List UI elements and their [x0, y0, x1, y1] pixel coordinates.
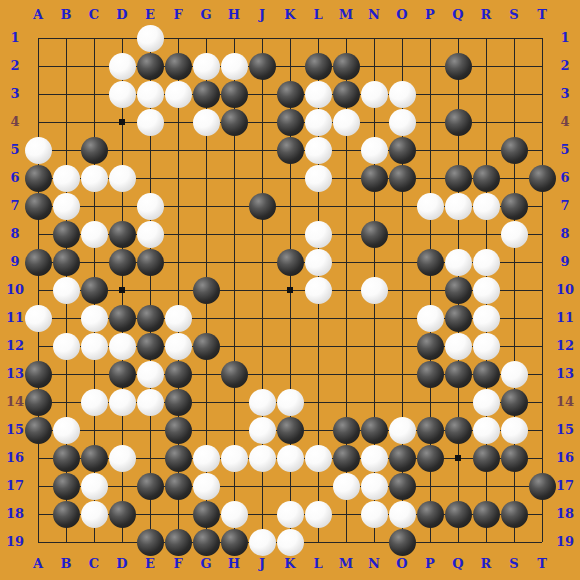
intersection-E14[interactable]: [136, 388, 164, 416]
intersection-P10[interactable]: [416, 276, 444, 304]
intersection-D15[interactable]: [108, 416, 136, 444]
intersection-K13[interactable]: [276, 360, 304, 388]
intersection-A14[interactable]: [24, 388, 52, 416]
intersection-O18[interactable]: [388, 500, 416, 528]
intersection-H15[interactable]: [220, 416, 248, 444]
intersection-F15[interactable]: [164, 416, 192, 444]
intersection-E3[interactable]: [136, 80, 164, 108]
intersection-K15[interactable]: [276, 416, 304, 444]
intersection-H3[interactable]: [220, 80, 248, 108]
intersection-H9[interactable]: [220, 248, 248, 276]
intersection-A6[interactable]: [24, 164, 52, 192]
intersection-B15[interactable]: [52, 416, 80, 444]
intersection-M7[interactable]: [332, 192, 360, 220]
intersection-N12[interactable]: [360, 332, 388, 360]
intersection-T3[interactable]: [528, 80, 556, 108]
intersection-T17[interactable]: [528, 472, 556, 500]
intersection-Q10[interactable]: [444, 276, 472, 304]
intersection-E16[interactable]: [136, 444, 164, 472]
intersection-L13[interactable]: [304, 360, 332, 388]
intersection-G7[interactable]: [192, 192, 220, 220]
intersection-B8[interactable]: [52, 220, 80, 248]
intersection-A15[interactable]: [24, 416, 52, 444]
intersection-P14[interactable]: [416, 388, 444, 416]
intersection-Q13[interactable]: [444, 360, 472, 388]
intersection-K18[interactable]: [276, 500, 304, 528]
intersection-J1[interactable]: [248, 24, 276, 52]
intersection-C18[interactable]: [80, 500, 108, 528]
intersection-D1[interactable]: [108, 24, 136, 52]
intersection-D9[interactable]: [108, 248, 136, 276]
intersection-G11[interactable]: [192, 304, 220, 332]
intersection-J5[interactable]: [248, 136, 276, 164]
intersection-C15[interactable]: [80, 416, 108, 444]
intersection-L2[interactable]: [304, 52, 332, 80]
intersection-P7[interactable]: [416, 192, 444, 220]
intersection-R6[interactable]: [472, 164, 500, 192]
intersection-D12[interactable]: [108, 332, 136, 360]
intersection-H10[interactable]: [220, 276, 248, 304]
intersection-G4[interactable]: [192, 108, 220, 136]
intersection-O9[interactable]: [388, 248, 416, 276]
intersection-E5[interactable]: [136, 136, 164, 164]
intersection-P11[interactable]: [416, 304, 444, 332]
intersection-E1[interactable]: [136, 24, 164, 52]
intersection-M11[interactable]: [332, 304, 360, 332]
intersection-D6[interactable]: [108, 164, 136, 192]
intersection-H5[interactable]: [220, 136, 248, 164]
intersection-L11[interactable]: [304, 304, 332, 332]
intersection-F16[interactable]: [164, 444, 192, 472]
intersection-C9[interactable]: [80, 248, 108, 276]
intersection-R14[interactable]: [472, 388, 500, 416]
intersection-J13[interactable]: [248, 360, 276, 388]
intersection-P8[interactable]: [416, 220, 444, 248]
intersection-J6[interactable]: [248, 164, 276, 192]
intersection-C13[interactable]: [80, 360, 108, 388]
intersection-A3[interactable]: [24, 80, 52, 108]
intersection-K14[interactable]: [276, 388, 304, 416]
intersection-Q11[interactable]: [444, 304, 472, 332]
intersection-M5[interactable]: [332, 136, 360, 164]
intersection-K10[interactable]: [276, 276, 304, 304]
intersection-P4[interactable]: [416, 108, 444, 136]
intersection-E18[interactable]: [136, 500, 164, 528]
intersection-E9[interactable]: [136, 248, 164, 276]
intersection-H2[interactable]: [220, 52, 248, 80]
intersection-B5[interactable]: [52, 136, 80, 164]
intersection-T12[interactable]: [528, 332, 556, 360]
intersection-R16[interactable]: [472, 444, 500, 472]
intersection-P16[interactable]: [416, 444, 444, 472]
intersection-L16[interactable]: [304, 444, 332, 472]
intersection-C6[interactable]: [80, 164, 108, 192]
intersection-L3[interactable]: [304, 80, 332, 108]
intersection-A9[interactable]: [24, 248, 52, 276]
intersection-S12[interactable]: [500, 332, 528, 360]
intersection-H6[interactable]: [220, 164, 248, 192]
intersection-C16[interactable]: [80, 444, 108, 472]
intersection-C7[interactable]: [80, 192, 108, 220]
intersection-O11[interactable]: [388, 304, 416, 332]
intersection-T10[interactable]: [528, 276, 556, 304]
intersection-J17[interactable]: [248, 472, 276, 500]
intersection-N10[interactable]: [360, 276, 388, 304]
intersection-M13[interactable]: [332, 360, 360, 388]
intersection-S4[interactable]: [500, 108, 528, 136]
intersection-M6[interactable]: [332, 164, 360, 192]
intersection-M12[interactable]: [332, 332, 360, 360]
intersection-Q7[interactable]: [444, 192, 472, 220]
intersection-N2[interactable]: [360, 52, 388, 80]
intersection-M15[interactable]: [332, 416, 360, 444]
intersection-P12[interactable]: [416, 332, 444, 360]
intersection-M9[interactable]: [332, 248, 360, 276]
intersection-J11[interactable]: [248, 304, 276, 332]
intersection-G15[interactable]: [192, 416, 220, 444]
intersection-Q4[interactable]: [444, 108, 472, 136]
intersection-T14[interactable]: [528, 388, 556, 416]
intersection-N11[interactable]: [360, 304, 388, 332]
intersection-L10[interactable]: [304, 276, 332, 304]
intersection-N9[interactable]: [360, 248, 388, 276]
intersection-B1[interactable]: [52, 24, 80, 52]
intersection-D10[interactable]: [108, 276, 136, 304]
intersection-C11[interactable]: [80, 304, 108, 332]
intersection-H14[interactable]: [220, 388, 248, 416]
intersection-G17[interactable]: [192, 472, 220, 500]
intersection-M3[interactable]: [332, 80, 360, 108]
intersection-C1[interactable]: [80, 24, 108, 52]
intersection-E13[interactable]: [136, 360, 164, 388]
intersection-A18[interactable]: [24, 500, 52, 528]
intersection-A11[interactable]: [24, 304, 52, 332]
intersection-J3[interactable]: [248, 80, 276, 108]
intersection-E11[interactable]: [136, 304, 164, 332]
intersection-J10[interactable]: [248, 276, 276, 304]
intersection-H11[interactable]: [220, 304, 248, 332]
intersection-C10[interactable]: [80, 276, 108, 304]
intersection-H4[interactable]: [220, 108, 248, 136]
intersection-N3[interactable]: [360, 80, 388, 108]
intersection-J4[interactable]: [248, 108, 276, 136]
intersection-A12[interactable]: [24, 332, 52, 360]
intersection-C8[interactable]: [80, 220, 108, 248]
intersection-C4[interactable]: [80, 108, 108, 136]
intersection-H12[interactable]: [220, 332, 248, 360]
intersection-F3[interactable]: [164, 80, 192, 108]
intersection-L9[interactable]: [304, 248, 332, 276]
intersection-K17[interactable]: [276, 472, 304, 500]
intersection-B16[interactable]: [52, 444, 80, 472]
intersection-D8[interactable]: [108, 220, 136, 248]
intersection-K9[interactable]: [276, 248, 304, 276]
intersection-E12[interactable]: [136, 332, 164, 360]
intersection-B14[interactable]: [52, 388, 80, 416]
intersection-S14[interactable]: [500, 388, 528, 416]
intersection-R4[interactable]: [472, 108, 500, 136]
intersection-R12[interactable]: [472, 332, 500, 360]
intersection-K3[interactable]: [276, 80, 304, 108]
intersection-N16[interactable]: [360, 444, 388, 472]
intersection-L1[interactable]: [304, 24, 332, 52]
intersection-B10[interactable]: [52, 276, 80, 304]
intersection-R17[interactable]: [472, 472, 500, 500]
intersection-F9[interactable]: [164, 248, 192, 276]
intersection-A13[interactable]: [24, 360, 52, 388]
intersection-R8[interactable]: [472, 220, 500, 248]
intersection-G13[interactable]: [192, 360, 220, 388]
intersection-A4[interactable]: [24, 108, 52, 136]
intersection-G8[interactable]: [192, 220, 220, 248]
intersection-K1[interactable]: [276, 24, 304, 52]
intersection-T2[interactable]: [528, 52, 556, 80]
intersection-R3[interactable]: [472, 80, 500, 108]
intersection-C14[interactable]: [80, 388, 108, 416]
intersection-B13[interactable]: [52, 360, 80, 388]
intersection-D11[interactable]: [108, 304, 136, 332]
intersection-P13[interactable]: [416, 360, 444, 388]
intersection-O2[interactable]: [388, 52, 416, 80]
intersection-G10[interactable]: [192, 276, 220, 304]
intersection-N13[interactable]: [360, 360, 388, 388]
intersection-B11[interactable]: [52, 304, 80, 332]
intersection-G3[interactable]: [192, 80, 220, 108]
intersection-R11[interactable]: [472, 304, 500, 332]
intersection-A10[interactable]: [24, 276, 52, 304]
intersection-R10[interactable]: [472, 276, 500, 304]
intersection-R9[interactable]: [472, 248, 500, 276]
intersection-G9[interactable]: [192, 248, 220, 276]
intersection-K2[interactable]: [276, 52, 304, 80]
intersection-T7[interactable]: [528, 192, 556, 220]
intersection-H13[interactable]: [220, 360, 248, 388]
intersection-T6[interactable]: [528, 164, 556, 192]
intersection-S10[interactable]: [500, 276, 528, 304]
intersection-T8[interactable]: [528, 220, 556, 248]
intersection-N15[interactable]: [360, 416, 388, 444]
intersection-F1[interactable]: [164, 24, 192, 52]
intersection-K7[interactable]: [276, 192, 304, 220]
intersection-Q15[interactable]: [444, 416, 472, 444]
intersection-J8[interactable]: [248, 220, 276, 248]
intersection-L15[interactable]: [304, 416, 332, 444]
intersection-S9[interactable]: [500, 248, 528, 276]
intersection-K4[interactable]: [276, 108, 304, 136]
intersection-L7[interactable]: [304, 192, 332, 220]
intersection-J16[interactable]: [248, 444, 276, 472]
intersection-S3[interactable]: [500, 80, 528, 108]
intersection-N7[interactable]: [360, 192, 388, 220]
intersection-P2[interactable]: [416, 52, 444, 80]
intersection-L14[interactable]: [304, 388, 332, 416]
intersection-A7[interactable]: [24, 192, 52, 220]
intersection-D4[interactable]: [108, 108, 136, 136]
intersection-D7[interactable]: [108, 192, 136, 220]
intersection-R13[interactable]: [472, 360, 500, 388]
intersection-S1[interactable]: [500, 24, 528, 52]
intersection-F11[interactable]: [164, 304, 192, 332]
intersection-B7[interactable]: [52, 192, 80, 220]
intersection-S6[interactable]: [500, 164, 528, 192]
intersection-E8[interactable]: [136, 220, 164, 248]
intersection-C5[interactable]: [80, 136, 108, 164]
intersection-P5[interactable]: [416, 136, 444, 164]
intersection-Q12[interactable]: [444, 332, 472, 360]
intersection-K5[interactable]: [276, 136, 304, 164]
intersection-B18[interactable]: [52, 500, 80, 528]
intersection-T16[interactable]: [528, 444, 556, 472]
intersection-M8[interactable]: [332, 220, 360, 248]
intersection-C2[interactable]: [80, 52, 108, 80]
intersection-L18[interactable]: [304, 500, 332, 528]
intersection-G2[interactable]: [192, 52, 220, 80]
intersection-S11[interactable]: [500, 304, 528, 332]
intersection-C17[interactable]: [80, 472, 108, 500]
intersection-T18[interactable]: [528, 500, 556, 528]
intersection-C12[interactable]: [80, 332, 108, 360]
intersection-G18[interactable]: [192, 500, 220, 528]
intersection-P6[interactable]: [416, 164, 444, 192]
intersection-Q8[interactable]: [444, 220, 472, 248]
intersection-K8[interactable]: [276, 220, 304, 248]
intersection-L4[interactable]: [304, 108, 332, 136]
intersection-E10[interactable]: [136, 276, 164, 304]
intersection-N5[interactable]: [360, 136, 388, 164]
intersection-R7[interactable]: [472, 192, 500, 220]
intersection-T11[interactable]: [528, 304, 556, 332]
intersection-T9[interactable]: [528, 248, 556, 276]
intersection-F14[interactable]: [164, 388, 192, 416]
intersection-P17[interactable]: [416, 472, 444, 500]
intersection-M4[interactable]: [332, 108, 360, 136]
intersection-G16[interactable]: [192, 444, 220, 472]
intersection-S16[interactable]: [500, 444, 528, 472]
intersection-F7[interactable]: [164, 192, 192, 220]
intersection-O12[interactable]: [388, 332, 416, 360]
intersection-A8[interactable]: [24, 220, 52, 248]
intersection-E7[interactable]: [136, 192, 164, 220]
intersection-J7[interactable]: [248, 192, 276, 220]
intersection-T5[interactable]: [528, 136, 556, 164]
intersection-R18[interactable]: [472, 500, 500, 528]
intersection-K12[interactable]: [276, 332, 304, 360]
intersection-N6[interactable]: [360, 164, 388, 192]
intersection-O3[interactable]: [388, 80, 416, 108]
intersection-B17[interactable]: [52, 472, 80, 500]
intersection-M18[interactable]: [332, 500, 360, 528]
intersection-R5[interactable]: [472, 136, 500, 164]
intersection-P3[interactable]: [416, 80, 444, 108]
intersection-J12[interactable]: [248, 332, 276, 360]
intersection-T13[interactable]: [528, 360, 556, 388]
intersection-S5[interactable]: [500, 136, 528, 164]
intersection-D13[interactable]: [108, 360, 136, 388]
intersection-F4[interactable]: [164, 108, 192, 136]
intersection-S15[interactable]: [500, 416, 528, 444]
intersection-D5[interactable]: [108, 136, 136, 164]
intersection-O5[interactable]: [388, 136, 416, 164]
intersection-M1[interactable]: [332, 24, 360, 52]
intersection-Q14[interactable]: [444, 388, 472, 416]
intersection-F17[interactable]: [164, 472, 192, 500]
intersection-F6[interactable]: [164, 164, 192, 192]
intersection-E2[interactable]: [136, 52, 164, 80]
intersection-B6[interactable]: [52, 164, 80, 192]
intersection-K11[interactable]: [276, 304, 304, 332]
intersection-L17[interactable]: [304, 472, 332, 500]
intersection-Q5[interactable]: [444, 136, 472, 164]
intersection-O8[interactable]: [388, 220, 416, 248]
intersection-F5[interactable]: [164, 136, 192, 164]
intersection-D3[interactable]: [108, 80, 136, 108]
intersection-E4[interactable]: [136, 108, 164, 136]
intersection-K16[interactable]: [276, 444, 304, 472]
intersection-M17[interactable]: [332, 472, 360, 500]
intersection-D18[interactable]: [108, 500, 136, 528]
intersection-O1[interactable]: [388, 24, 416, 52]
intersection-L5[interactable]: [304, 136, 332, 164]
intersection-N18[interactable]: [360, 500, 388, 528]
intersection-B3[interactable]: [52, 80, 80, 108]
intersection-G14[interactable]: [192, 388, 220, 416]
intersection-D2[interactable]: [108, 52, 136, 80]
intersection-B2[interactable]: [52, 52, 80, 80]
intersection-Q16[interactable]: [444, 444, 472, 472]
intersection-S18[interactable]: [500, 500, 528, 528]
intersection-L12[interactable]: [304, 332, 332, 360]
intersection-A16[interactable]: [24, 444, 52, 472]
intersection-J2[interactable]: [248, 52, 276, 80]
intersection-B4[interactable]: [52, 108, 80, 136]
intersection-O15[interactable]: [388, 416, 416, 444]
intersection-O4[interactable]: [388, 108, 416, 136]
intersection-O16[interactable]: [388, 444, 416, 472]
intersection-G5[interactable]: [192, 136, 220, 164]
intersection-O7[interactable]: [388, 192, 416, 220]
intersection-Q9[interactable]: [444, 248, 472, 276]
intersection-P1[interactable]: [416, 24, 444, 52]
intersection-P15[interactable]: [416, 416, 444, 444]
intersection-Q17[interactable]: [444, 472, 472, 500]
intersection-Q6[interactable]: [444, 164, 472, 192]
intersection-S8[interactable]: [500, 220, 528, 248]
intersection-T4[interactable]: [528, 108, 556, 136]
intersection-F10[interactable]: [164, 276, 192, 304]
intersection-L6[interactable]: [304, 164, 332, 192]
intersection-C3[interactable]: [80, 80, 108, 108]
intersection-S2[interactable]: [500, 52, 528, 80]
intersection-N14[interactable]: [360, 388, 388, 416]
intersection-Q2[interactable]: [444, 52, 472, 80]
intersection-F18[interactable]: [164, 500, 192, 528]
intersection-F13[interactable]: [164, 360, 192, 388]
intersection-F2[interactable]: [164, 52, 192, 80]
intersection-B9[interactable]: [52, 248, 80, 276]
intersection-N4[interactable]: [360, 108, 388, 136]
intersection-J18[interactable]: [248, 500, 276, 528]
intersection-S7[interactable]: [500, 192, 528, 220]
intersection-R1[interactable]: [472, 24, 500, 52]
intersection-L8[interactable]: [304, 220, 332, 248]
intersection-H16[interactable]: [220, 444, 248, 472]
intersection-A2[interactable]: [24, 52, 52, 80]
intersection-E15[interactable]: [136, 416, 164, 444]
intersection-H18[interactable]: [220, 500, 248, 528]
intersection-O13[interactable]: [388, 360, 416, 388]
intersection-H1[interactable]: [220, 24, 248, 52]
intersection-A5[interactable]: [24, 136, 52, 164]
